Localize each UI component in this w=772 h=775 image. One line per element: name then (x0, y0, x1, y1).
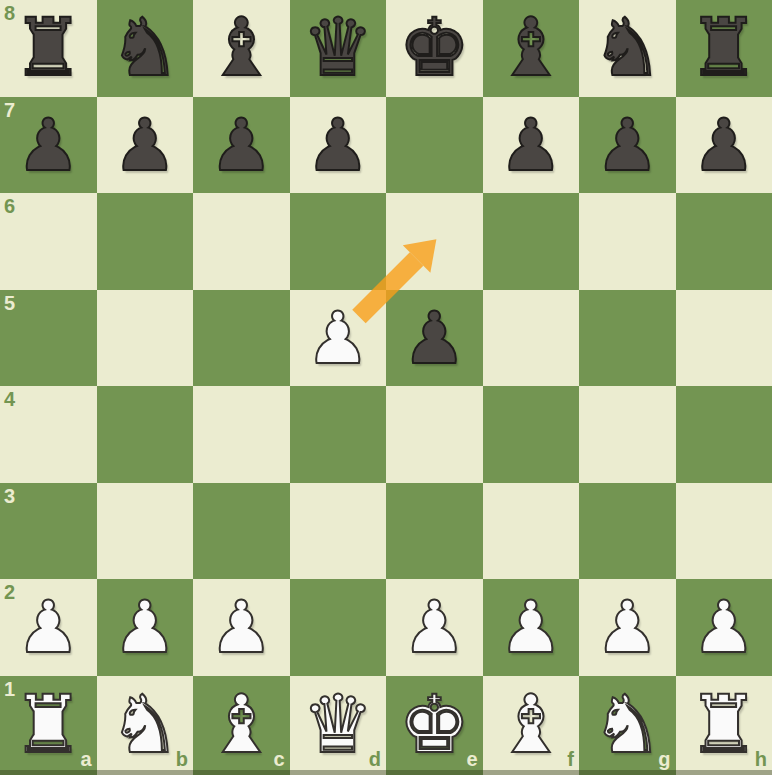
square-d3[interactable] (290, 483, 387, 580)
piece-white-bishop[interactable]: ♝ (495, 685, 567, 765)
piece-black-king[interactable]: ♚ (398, 8, 470, 88)
square-f1[interactable]: f♝ (483, 676, 580, 775)
piece-black-knight[interactable]: ♞ (591, 8, 663, 88)
square-g7[interactable]: ♟ (579, 97, 676, 194)
square-c3[interactable] (193, 483, 290, 580)
square-c6[interactable] (193, 193, 290, 290)
square-g2[interactable]: ♟ (579, 579, 676, 676)
square-d5[interactable]: ♟ (290, 290, 387, 387)
square-a4[interactable]: 4 (0, 386, 97, 483)
square-b3[interactable] (97, 483, 194, 580)
rank-label-4: 4 (4, 389, 15, 409)
square-e5[interactable]: ♟ (386, 290, 483, 387)
square-h7[interactable]: ♟ (676, 97, 772, 194)
square-a8[interactable]: 8♜ (0, 0, 97, 97)
piece-black-pawn[interactable]: ♟ (498, 109, 563, 181)
square-e6[interactable] (386, 193, 483, 290)
piece-white-pawn[interactable]: ♟ (402, 591, 467, 663)
square-f2[interactable]: ♟ (483, 579, 580, 676)
piece-black-rook[interactable]: ♜ (688, 8, 760, 88)
square-c5[interactable] (193, 290, 290, 387)
piece-white-pawn[interactable]: ♟ (498, 591, 563, 663)
square-g8[interactable]: ♞ (579, 0, 676, 97)
rank-label-6: 6 (4, 196, 15, 216)
piece-white-rook[interactable]: ♜ (12, 685, 84, 765)
rank-label-2: 2 (4, 582, 15, 602)
piece-white-knight[interactable]: ♞ (109, 685, 181, 765)
square-b8[interactable]: ♞ (97, 0, 194, 97)
square-f8[interactable]: ♝ (483, 0, 580, 97)
square-b7[interactable]: ♟ (97, 97, 194, 194)
square-d2[interactable] (290, 579, 387, 676)
square-e4[interactable] (386, 386, 483, 483)
piece-black-pawn[interactable]: ♟ (209, 109, 274, 181)
piece-white-pawn[interactable]: ♟ (16, 591, 81, 663)
square-c2[interactable]: ♟ (193, 579, 290, 676)
piece-black-pawn[interactable]: ♟ (16, 109, 81, 181)
piece-white-pawn[interactable]: ♟ (595, 591, 660, 663)
piece-black-queen[interactable]: ♛ (302, 8, 374, 88)
chess-board: 8♜♞♝♛♚♝♞♜7♟♟♟♟♟♟♟65♟♟432♟♟♟♟♟♟♟1a♜b♞c♝d♛… (0, 0, 772, 775)
piece-black-knight[interactable]: ♞ (109, 8, 181, 88)
square-a2[interactable]: 2♟ (0, 579, 97, 676)
square-h1[interactable]: h♜ (676, 676, 772, 775)
square-b6[interactable] (97, 193, 194, 290)
square-h3[interactable] (676, 483, 772, 580)
square-g5[interactable] (579, 290, 676, 387)
square-h8[interactable]: ♜ (676, 0, 772, 97)
square-c1[interactable]: c♝ (193, 676, 290, 775)
square-c4[interactable] (193, 386, 290, 483)
square-d1[interactable]: d♛ (290, 676, 387, 775)
square-a3[interactable]: 3 (0, 483, 97, 580)
square-g4[interactable] (579, 386, 676, 483)
square-g3[interactable] (579, 483, 676, 580)
piece-white-knight[interactable]: ♞ (591, 685, 663, 765)
square-a6[interactable]: 6 (0, 193, 97, 290)
square-d7[interactable]: ♟ (290, 97, 387, 194)
piece-white-pawn[interactable]: ♟ (209, 591, 274, 663)
piece-black-pawn[interactable]: ♟ (595, 109, 660, 181)
piece-white-king[interactable]: ♚ (398, 685, 470, 765)
square-h2[interactable]: ♟ (676, 579, 772, 676)
piece-black-rook[interactable]: ♜ (12, 8, 84, 88)
piece-black-pawn[interactable]: ♟ (305, 109, 370, 181)
square-f3[interactable] (483, 483, 580, 580)
square-e8[interactable]: ♚ (386, 0, 483, 97)
piece-black-pawn[interactable]: ♟ (112, 109, 177, 181)
square-f7[interactable]: ♟ (483, 97, 580, 194)
square-e7[interactable] (386, 97, 483, 194)
square-f5[interactable] (483, 290, 580, 387)
square-b4[interactable] (97, 386, 194, 483)
piece-black-pawn[interactable]: ♟ (691, 109, 756, 181)
piece-black-bishop[interactable]: ♝ (495, 8, 567, 88)
square-g1[interactable]: g♞ (579, 676, 676, 775)
file-label-f: f (567, 749, 574, 769)
rank-label-5: 5 (4, 293, 15, 313)
square-e3[interactable] (386, 483, 483, 580)
square-b2[interactable]: ♟ (97, 579, 194, 676)
rank-label-3: 3 (4, 486, 15, 506)
square-a1[interactable]: 1a♜ (0, 676, 97, 775)
rank-label-7: 7 (4, 100, 15, 120)
square-h5[interactable] (676, 290, 772, 387)
square-e2[interactable]: ♟ (386, 579, 483, 676)
square-d4[interactable] (290, 386, 387, 483)
square-b5[interactable] (97, 290, 194, 387)
piece-white-bishop[interactable]: ♝ (205, 685, 277, 765)
piece-white-pawn[interactable]: ♟ (112, 591, 177, 663)
square-h6[interactable] (676, 193, 772, 290)
square-d6[interactable] (290, 193, 387, 290)
square-c8[interactable]: ♝ (193, 0, 290, 97)
square-d8[interactable]: ♛ (290, 0, 387, 97)
piece-white-pawn[interactable]: ♟ (691, 591, 756, 663)
piece-white-rook[interactable]: ♜ (688, 685, 760, 765)
square-f6[interactable] (483, 193, 580, 290)
square-g6[interactable] (579, 193, 676, 290)
square-b1[interactable]: b♞ (97, 676, 194, 775)
square-a5[interactable]: 5 (0, 290, 97, 387)
square-h4[interactable] (676, 386, 772, 483)
square-f4[interactable] (483, 386, 580, 483)
square-e1[interactable]: e♚ (386, 676, 483, 775)
piece-black-pawn[interactable]: ♟ (402, 302, 467, 374)
piece-white-queen[interactable]: ♛ (302, 685, 374, 765)
piece-white-pawn[interactable]: ♟ (305, 302, 370, 374)
piece-black-bishop[interactable]: ♝ (205, 8, 277, 88)
square-a7[interactable]: 7♟ (0, 97, 97, 194)
square-c7[interactable]: ♟ (193, 97, 290, 194)
